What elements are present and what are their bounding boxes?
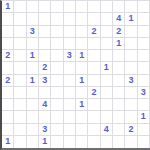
cell-r7c9[interactable]	[113, 87, 125, 99]
cell-r4c2[interactable]: 1	[27, 50, 39, 62]
cell-r7c6[interactable]	[76, 87, 88, 99]
cell-r7c0[interactable]	[2, 87, 14, 99]
cell-r2c11[interactable]	[138, 26, 150, 38]
cell-r0c2[interactable]	[27, 1, 39, 13]
cell-r11c7[interactable]	[88, 136, 100, 148]
cell-r2c5[interactable]	[64, 26, 76, 38]
cell-r0c7[interactable]	[88, 1, 100, 13]
cell-r10c6[interactable]	[76, 124, 88, 136]
cell-r4c1[interactable]	[14, 50, 26, 62]
cell-r6c7[interactable]	[88, 75, 100, 87]
cell-r2c6[interactable]	[76, 26, 88, 38]
cell-r2c0[interactable]	[2, 26, 14, 38]
cell-r5c0[interactable]	[2, 62, 14, 74]
cell-r8c0[interactable]	[2, 99, 14, 111]
cell-r6c1[interactable]	[14, 75, 26, 87]
cell-r10c10[interactable]: 2	[125, 124, 137, 136]
cell-r10c1[interactable]	[14, 124, 26, 136]
cell-r5c4[interactable]	[51, 62, 63, 74]
cell-r10c4[interactable]	[51, 124, 63, 136]
cell-r6c6[interactable]: 1	[76, 75, 88, 87]
cell-r6c8[interactable]	[101, 75, 113, 87]
cell-r9c2[interactable]	[27, 111, 39, 123]
cell-r2c3[interactable]	[39, 26, 51, 38]
cell-r1c9[interactable]: 4	[113, 13, 125, 25]
cell-r8c8[interactable]	[101, 99, 113, 111]
cell-r10c9[interactable]	[113, 124, 125, 136]
cell-r9c8[interactable]	[101, 111, 113, 123]
cell-r1c5[interactable]	[64, 13, 76, 25]
cell-r1c0[interactable]	[2, 13, 14, 25]
cell-r6c11[interactable]	[138, 75, 150, 87]
cell-r0c5[interactable]	[64, 1, 76, 13]
cell-r5c1[interactable]	[14, 62, 26, 74]
cell-r4c7[interactable]	[88, 50, 100, 62]
cell-r8c6[interactable]: 1	[76, 99, 88, 111]
cell-r3c0[interactable]	[2, 38, 14, 50]
cell-r9c5[interactable]	[64, 111, 76, 123]
cell-r2c2[interactable]: 3	[27, 26, 39, 38]
cell-r7c11[interactable]: 3	[138, 87, 150, 99]
cell-r11c11[interactable]	[138, 136, 150, 148]
cell-r4c10[interactable]	[125, 50, 137, 62]
cell-r1c1[interactable]	[14, 13, 26, 25]
cell-r3c8[interactable]	[101, 38, 113, 50]
cell-r3c7[interactable]	[88, 38, 100, 50]
cell-r7c1[interactable]	[14, 87, 26, 99]
cell-r7c3[interactable]	[39, 87, 51, 99]
cell-r2c8[interactable]	[101, 26, 113, 38]
cell-r5c7[interactable]	[88, 62, 100, 74]
cell-r5c5[interactable]	[64, 62, 76, 74]
cell-r1c8[interactable]	[101, 13, 113, 25]
cell-r11c8[interactable]	[101, 136, 113, 148]
cell-r5c8[interactable]: 1	[101, 62, 113, 74]
cell-r6c0[interactable]: 2	[2, 75, 14, 87]
cell-r9c1[interactable]	[14, 111, 26, 123]
cell-r5c11[interactable]	[138, 62, 150, 74]
cell-r4c0[interactable]: 2	[2, 50, 14, 62]
cell-r3c4[interactable]	[51, 38, 63, 50]
cell-r11c1[interactable]	[14, 136, 26, 148]
cell-r2c9[interactable]: 2	[113, 26, 125, 38]
cell-r9c4[interactable]	[51, 111, 63, 123]
cell-r8c10[interactable]	[125, 99, 137, 111]
cell-r11c0[interactable]: 1	[2, 136, 14, 148]
cell-r1c10[interactable]: 1	[125, 13, 137, 25]
cell-r3c9[interactable]: 1	[113, 38, 125, 50]
cell-r4c8[interactable]	[101, 50, 113, 62]
cell-r4c4[interactable]	[51, 50, 63, 62]
cell-r9c9[interactable]	[113, 111, 125, 123]
cell-r6c9[interactable]	[113, 75, 125, 87]
cell-r2c10[interactable]	[125, 26, 137, 38]
cell-r5c10[interactable]	[125, 62, 137, 74]
cell-r9c7[interactable]	[88, 111, 100, 123]
cell-r3c5[interactable]	[64, 38, 76, 50]
cell-r7c2[interactable]	[27, 87, 39, 99]
cell-r4c6[interactable]: 1	[76, 50, 88, 62]
cell-r8c9[interactable]	[113, 99, 125, 111]
cell-r6c5[interactable]	[64, 75, 76, 87]
cell-r0c4[interactable]	[51, 1, 63, 13]
cell-r9c6[interactable]	[76, 111, 88, 123]
cell-r11c3[interactable]: 1	[39, 136, 51, 148]
cell-r10c5[interactable]	[64, 124, 76, 136]
cell-r11c6[interactable]	[76, 136, 88, 148]
cell-r4c5[interactable]: 3	[64, 50, 76, 62]
cell-r0c9[interactable]	[113, 1, 125, 13]
cell-r11c2[interactable]	[27, 136, 39, 148]
cell-r5c2[interactable]	[27, 62, 39, 74]
cell-r7c10[interactable]	[125, 87, 137, 99]
cell-r8c7[interactable]	[88, 99, 100, 111]
cell-r10c7[interactable]	[88, 124, 100, 136]
cell-r1c3[interactable]	[39, 13, 51, 25]
cell-r9c3[interactable]	[39, 111, 51, 123]
cell-r3c2[interactable]	[27, 38, 39, 50]
cell-r0c1[interactable]	[14, 1, 26, 13]
cell-r8c4[interactable]	[51, 99, 63, 111]
cell-r5c6[interactable]	[76, 62, 88, 74]
cell-r0c8[interactable]	[101, 1, 113, 13]
cell-r0c6[interactable]	[76, 1, 88, 13]
cell-r0c11[interactable]	[138, 1, 150, 13]
cell-r8c11[interactable]	[138, 99, 150, 111]
cell-r9c0[interactable]	[2, 111, 14, 123]
cell-r3c11[interactable]	[138, 38, 150, 50]
cell-r8c3[interactable]: 4	[39, 99, 51, 111]
cell-r9c10[interactable]	[125, 111, 137, 123]
cell-r11c9[interactable]	[113, 136, 125, 148]
cell-r6c2[interactable]: 1	[27, 75, 39, 87]
cell-r5c3[interactable]: 2	[39, 62, 51, 74]
cell-r1c7[interactable]	[88, 13, 100, 25]
cell-r10c0[interactable]	[2, 124, 14, 136]
cell-r7c5[interactable]	[64, 87, 76, 99]
cell-r1c2[interactable]	[27, 13, 39, 25]
cell-r6c4[interactable]	[51, 75, 63, 87]
cell-r11c4[interactable]	[51, 136, 63, 148]
cell-r0c10[interactable]	[125, 1, 137, 13]
cell-r5c9[interactable]	[113, 62, 125, 74]
cell-r8c2[interactable]	[27, 99, 39, 111]
cell-r3c6[interactable]	[76, 38, 88, 50]
cell-r3c1[interactable]	[14, 38, 26, 50]
cell-r10c8[interactable]: 4	[101, 124, 113, 136]
cell-r2c1[interactable]	[14, 26, 26, 38]
cell-r7c8[interactable]	[101, 87, 113, 99]
cell-r4c9[interactable]	[113, 50, 125, 62]
puzzle-board: 1413221213121213132341134211	[0, 0, 150, 150]
cell-r11c10[interactable]	[125, 136, 137, 148]
cell-r0c3[interactable]	[39, 1, 51, 13]
cell-r1c4[interactable]	[51, 13, 63, 25]
cell-r10c2[interactable]	[27, 124, 39, 136]
cell-r1c6[interactable]	[76, 13, 88, 25]
cell-r10c3[interactable]: 3	[39, 124, 51, 136]
cell-r7c7[interactable]: 2	[88, 87, 100, 99]
cell-r11c5[interactable]	[64, 136, 76, 148]
cell-r9c11[interactable]: 1	[138, 111, 150, 123]
cell-r3c10[interactable]	[125, 38, 137, 50]
cell-r6c10[interactable]: 3	[125, 75, 137, 87]
cell-r7c4[interactable]	[51, 87, 63, 99]
cell-r10c11[interactable]	[138, 124, 150, 136]
cell-r0c0[interactable]: 1	[2, 1, 14, 13]
cell-r2c4[interactable]	[51, 26, 63, 38]
cell-r4c11[interactable]	[138, 50, 150, 62]
cell-r4c3[interactable]	[39, 50, 51, 62]
cell-r1c11[interactable]	[138, 13, 150, 25]
cell-r2c7[interactable]: 2	[88, 26, 100, 38]
cell-r3c3[interactable]	[39, 38, 51, 50]
cell-r6c3[interactable]: 3	[39, 75, 51, 87]
cell-r8c5[interactable]	[64, 99, 76, 111]
cell-r8c1[interactable]	[14, 99, 26, 111]
